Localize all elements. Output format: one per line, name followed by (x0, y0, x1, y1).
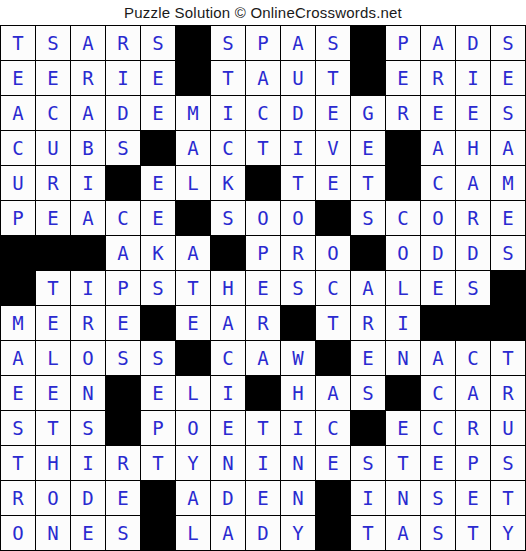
letter-cell-r4c1: C (1, 131, 36, 166)
letter-cell-r3c7: I (211, 96, 246, 131)
letter-cell-r3c6: M (176, 96, 211, 131)
letter-cell-r12c1: S (1, 411, 36, 446)
letter-cell-r4c2: U (36, 131, 71, 166)
letter-cell-r1c4: R (106, 26, 141, 61)
letter-cell-r2c9: U (281, 61, 316, 96)
letter-cell-r9c6: E (176, 306, 211, 341)
block-cell-r7c7 (211, 236, 246, 271)
letter-cell-r1c10: S (316, 26, 351, 61)
letter-cell-r5c2: R (36, 166, 71, 201)
letter-cell-r6c7: S (211, 201, 246, 236)
letter-cell-r13c5: T (141, 446, 176, 481)
letter-cell-r8c12: L (386, 271, 421, 306)
letter-cell-r11c5: E (141, 376, 176, 411)
letter-cell-r13c15: S (491, 446, 526, 481)
letter-cell-r4c3: B (71, 131, 106, 166)
letter-cell-r15c13: S (421, 516, 456, 551)
letter-cell-r3c8: C (246, 96, 281, 131)
letter-cell-r13c12: T (386, 446, 421, 481)
letter-cell-r4c7: C (211, 131, 246, 166)
letter-cell-r14c9: N (281, 481, 316, 516)
letter-cell-r13c1: T (1, 446, 36, 481)
letter-cell-r3c5: E (141, 96, 176, 131)
letter-cell-r11c2: E (36, 376, 71, 411)
letter-cell-r10c3: O (71, 341, 106, 376)
letter-cell-r15c6: L (176, 516, 211, 551)
letter-cell-r2c4: I (106, 61, 141, 96)
letter-cell-r5c3: I (71, 166, 106, 201)
letter-cell-r7c10: O (316, 236, 351, 271)
letter-cell-r10c1: A (1, 341, 36, 376)
letter-cell-r14c12: N (386, 481, 421, 516)
letter-cell-r1c8: P (246, 26, 281, 61)
block-cell-r8c15 (491, 271, 526, 306)
block-cell-r14c10 (316, 481, 351, 516)
letter-cell-r4c6: A (176, 131, 211, 166)
block-cell-r4c5 (141, 131, 176, 166)
letter-cell-r12c5: P (141, 411, 176, 446)
letter-cell-r2c2: E (36, 61, 71, 96)
block-cell-r9c14 (456, 306, 491, 341)
letter-cell-r9c3: R (71, 306, 106, 341)
letter-cell-r12c9: I (281, 411, 316, 446)
letter-cell-r11c14: A (456, 376, 491, 411)
letter-cell-r2c12: E (386, 61, 421, 96)
letter-cell-r1c1: T (1, 26, 36, 61)
letter-cell-r1c9: A (281, 26, 316, 61)
letter-cell-r11c9: H (281, 376, 316, 411)
letter-cell-r7c15: S (491, 236, 526, 271)
letter-cell-r11c11: S (351, 376, 386, 411)
letter-cell-r6c13: O (421, 201, 456, 236)
block-cell-r4c12 (386, 131, 421, 166)
letter-cell-r10c7: C (211, 341, 246, 376)
block-cell-r6c10 (316, 201, 351, 236)
letter-cell-r3c9: D (281, 96, 316, 131)
letter-cell-r9c7: A (211, 306, 246, 341)
letter-cell-r12c8: T (246, 411, 281, 446)
letter-cell-r5c7: K (211, 166, 246, 201)
letter-cell-r14c13: S (421, 481, 456, 516)
letter-cell-r10c11: E (351, 341, 386, 376)
letter-cell-r5c13: C (421, 166, 456, 201)
letter-cell-r5c11: T (351, 166, 386, 201)
letter-cell-r13c14: P (456, 446, 491, 481)
letter-cell-r11c7: I (211, 376, 246, 411)
letter-cell-r14c2: O (36, 481, 71, 516)
letter-cell-r5c6: L (176, 166, 211, 201)
letter-cell-r2c8: A (246, 61, 281, 96)
letter-cell-r2c15: E (491, 61, 526, 96)
letter-cell-r5c14: A (456, 166, 491, 201)
letter-cell-r8c8: E (246, 271, 281, 306)
block-cell-r5c12 (386, 166, 421, 201)
letter-cell-r13c7: N (211, 446, 246, 481)
letter-cell-r8c6: T (176, 271, 211, 306)
letter-cell-r12c10: C (316, 411, 351, 446)
letter-cell-r14c11: I (351, 481, 386, 516)
letter-cell-r14c15: T (491, 481, 526, 516)
letter-cell-r1c14: D (456, 26, 491, 61)
letter-cell-r1c13: A (421, 26, 456, 61)
letter-cell-r15c15: Y (491, 516, 526, 551)
letter-cell-r10c15: T (491, 341, 526, 376)
letter-cell-r4c15: A (491, 131, 526, 166)
letter-cell-r13c2: H (36, 446, 71, 481)
letter-cell-r13c9: N (281, 446, 316, 481)
letter-cell-r1c7: S (211, 26, 246, 61)
block-cell-r2c6 (176, 61, 211, 96)
letter-cell-r6c4: C (106, 201, 141, 236)
letter-cell-r13c6: Y (176, 446, 211, 481)
letter-cell-r15c12: A (386, 516, 421, 551)
letter-cell-r3c1: A (1, 96, 36, 131)
letter-cell-r10c4: S (106, 341, 141, 376)
letter-cell-r12c15: U (491, 411, 526, 446)
letter-cell-r8c10: C (316, 271, 351, 306)
letter-cell-r10c13: A (421, 341, 456, 376)
letter-cell-r1c2: S (36, 26, 71, 61)
letter-cell-r1c3: A (71, 26, 106, 61)
letter-cell-r7c5: K (141, 236, 176, 271)
letter-cell-r9c10: T (316, 306, 351, 341)
letter-cell-r4c11: E (351, 131, 386, 166)
letter-cell-r15c14: T (456, 516, 491, 551)
letter-cell-r9c11: R (351, 306, 386, 341)
block-cell-r9c9 (281, 306, 316, 341)
letter-cell-r5c9: T (281, 166, 316, 201)
letter-cell-r6c14: R (456, 201, 491, 236)
letter-cell-r14c6: A (176, 481, 211, 516)
letter-cell-r6c9: O (281, 201, 316, 236)
letter-cell-r6c8: O (246, 201, 281, 236)
block-cell-r8c1 (1, 271, 36, 306)
block-cell-r11c4 (106, 376, 141, 411)
block-cell-r7c2 (36, 236, 71, 271)
letter-cell-r10c14: C (456, 341, 491, 376)
letter-cell-r8c9: S (281, 271, 316, 306)
block-cell-r11c8 (246, 376, 281, 411)
letter-cell-r3c15: S (491, 96, 526, 131)
letter-cell-r7c6: A (176, 236, 211, 271)
letter-cell-r8c2: T (36, 271, 71, 306)
letter-cell-r3c10: E (316, 96, 351, 131)
letter-cell-r14c7: D (211, 481, 246, 516)
letter-cell-r6c12: C (386, 201, 421, 236)
letter-cell-r6c3: A (71, 201, 106, 236)
letter-cell-r12c2: T (36, 411, 71, 446)
letter-cell-r11c6: L (176, 376, 211, 411)
puzzle-solution-page: Puzzle Solution © OnlineCrosswords.net T… (0, 0, 526, 551)
block-cell-r7c1 (1, 236, 36, 271)
letter-cell-r6c11: S (351, 201, 386, 236)
letter-cell-r10c5: S (141, 341, 176, 376)
letter-cell-r13c10: E (316, 446, 351, 481)
letter-cell-r11c1: E (1, 376, 36, 411)
letter-cell-r13c4: R (106, 446, 141, 481)
letter-cell-r1c15: S (491, 26, 526, 61)
block-cell-r11c12 (386, 376, 421, 411)
letter-cell-r4c14: H (456, 131, 491, 166)
letter-cell-r9c4: E (106, 306, 141, 341)
letter-cell-r4c13: A (421, 131, 456, 166)
letter-cell-r9c12: I (386, 306, 421, 341)
letter-cell-r13c3: I (71, 446, 106, 481)
letter-cell-r3c13: E (421, 96, 456, 131)
letter-cell-r14c8: E (246, 481, 281, 516)
letter-cell-r5c15: M (491, 166, 526, 201)
letter-cell-r13c13: E (421, 446, 456, 481)
letter-cell-r14c4: E (106, 481, 141, 516)
block-cell-r1c11 (351, 26, 386, 61)
letter-cell-r3c2: C (36, 96, 71, 131)
letter-cell-r9c8: R (246, 306, 281, 341)
letter-cell-r15c9: Y (281, 516, 316, 551)
letter-cell-r2c5: E (141, 61, 176, 96)
block-cell-r1c6 (176, 26, 211, 61)
block-cell-r2c11 (351, 61, 386, 96)
letter-cell-r13c11: S (351, 446, 386, 481)
letter-cell-r15c3: E (71, 516, 106, 551)
letter-cell-r3c11: G (351, 96, 386, 131)
block-cell-r10c6 (176, 341, 211, 376)
letter-cell-r2c7: T (211, 61, 246, 96)
letter-cell-r9c1: M (1, 306, 36, 341)
letter-cell-r11c15: R (491, 376, 526, 411)
letter-cell-r3c3: A (71, 96, 106, 131)
letter-cell-r2c13: R (421, 61, 456, 96)
letter-cell-r7c14: D (456, 236, 491, 271)
block-cell-r10c10 (316, 341, 351, 376)
letter-cell-r15c4: S (106, 516, 141, 551)
letter-cell-r3c14: E (456, 96, 491, 131)
letter-cell-r7c13: D (421, 236, 456, 271)
letter-cell-r7c9: R (281, 236, 316, 271)
letter-cell-r11c3: N (71, 376, 106, 411)
letter-cell-r15c1: O (1, 516, 36, 551)
letter-cell-r4c4: S (106, 131, 141, 166)
letter-cell-r12c6: O (176, 411, 211, 446)
letter-cell-r15c11: T (351, 516, 386, 551)
letter-cell-r4c8: T (246, 131, 281, 166)
letter-cell-r6c15: E (491, 201, 526, 236)
letter-cell-r8c4: P (106, 271, 141, 306)
letter-cell-r7c4: A (106, 236, 141, 271)
letter-cell-r3c4: D (106, 96, 141, 131)
block-cell-r7c3 (71, 236, 106, 271)
letter-cell-r12c3: S (71, 411, 106, 446)
letter-cell-r9c2: E (36, 306, 71, 341)
letter-cell-r11c10: A (316, 376, 351, 411)
block-cell-r7c11 (351, 236, 386, 271)
block-cell-r12c11 (351, 411, 386, 446)
letter-cell-r14c14: E (456, 481, 491, 516)
block-cell-r12c4 (106, 411, 141, 446)
letter-cell-r10c12: N (386, 341, 421, 376)
letter-cell-r8c5: S (141, 271, 176, 306)
letter-cell-r8c7: H (211, 271, 246, 306)
block-cell-r15c10 (316, 516, 351, 551)
letter-cell-r15c2: N (36, 516, 71, 551)
letter-cell-r14c3: D (71, 481, 106, 516)
letter-cell-r8c11: A (351, 271, 386, 306)
letter-cell-r11c13: C (421, 376, 456, 411)
letter-cell-r10c8: A (246, 341, 281, 376)
block-cell-r5c4 (106, 166, 141, 201)
letter-cell-r4c9: I (281, 131, 316, 166)
crossword-grid: TSARSSPASPADSEERIETAUTERIEACADEMICDEGREE… (0, 25, 526, 551)
page-title: Puzzle Solution © OnlineCrosswords.net (0, 0, 526, 25)
block-cell-r15c5 (141, 516, 176, 551)
letter-cell-r2c3: R (71, 61, 106, 96)
letter-cell-r5c10: E (316, 166, 351, 201)
block-cell-r5c8 (246, 166, 281, 201)
letter-cell-r13c8: I (246, 446, 281, 481)
letter-cell-r6c5: E (141, 201, 176, 236)
letter-cell-r8c13: E (421, 271, 456, 306)
letter-cell-r12c14: R (456, 411, 491, 446)
letter-cell-r8c3: I (71, 271, 106, 306)
letter-cell-r10c2: L (36, 341, 71, 376)
letter-cell-r1c12: P (386, 26, 421, 61)
letter-cell-r12c7: E (211, 411, 246, 446)
letter-cell-r7c8: P (246, 236, 281, 271)
letter-cell-r1c5: S (141, 26, 176, 61)
letter-cell-r2c10: T (316, 61, 351, 96)
letter-cell-r6c2: E (36, 201, 71, 236)
letter-cell-r2c14: I (456, 61, 491, 96)
block-cell-r9c5 (141, 306, 176, 341)
letter-cell-r15c8: D (246, 516, 281, 551)
letter-cell-r6c1: P (1, 201, 36, 236)
block-cell-r14c5 (141, 481, 176, 516)
letter-cell-r5c5: E (141, 166, 176, 201)
letter-cell-r12c13: C (421, 411, 456, 446)
letter-cell-r12c12: E (386, 411, 421, 446)
letter-cell-r5c1: U (1, 166, 36, 201)
block-cell-r9c15 (491, 306, 526, 341)
letter-cell-r14c1: R (1, 481, 36, 516)
letter-cell-r4c10: V (316, 131, 351, 166)
letter-cell-r7c12: O (386, 236, 421, 271)
letter-cell-r10c9: W (281, 341, 316, 376)
block-cell-r6c6 (176, 201, 211, 236)
block-cell-r9c13 (421, 306, 456, 341)
letter-cell-r8c14: S (456, 271, 491, 306)
letter-cell-r2c1: E (1, 61, 36, 96)
letter-cell-r15c7: A (211, 516, 246, 551)
letter-cell-r3c12: R (386, 96, 421, 131)
